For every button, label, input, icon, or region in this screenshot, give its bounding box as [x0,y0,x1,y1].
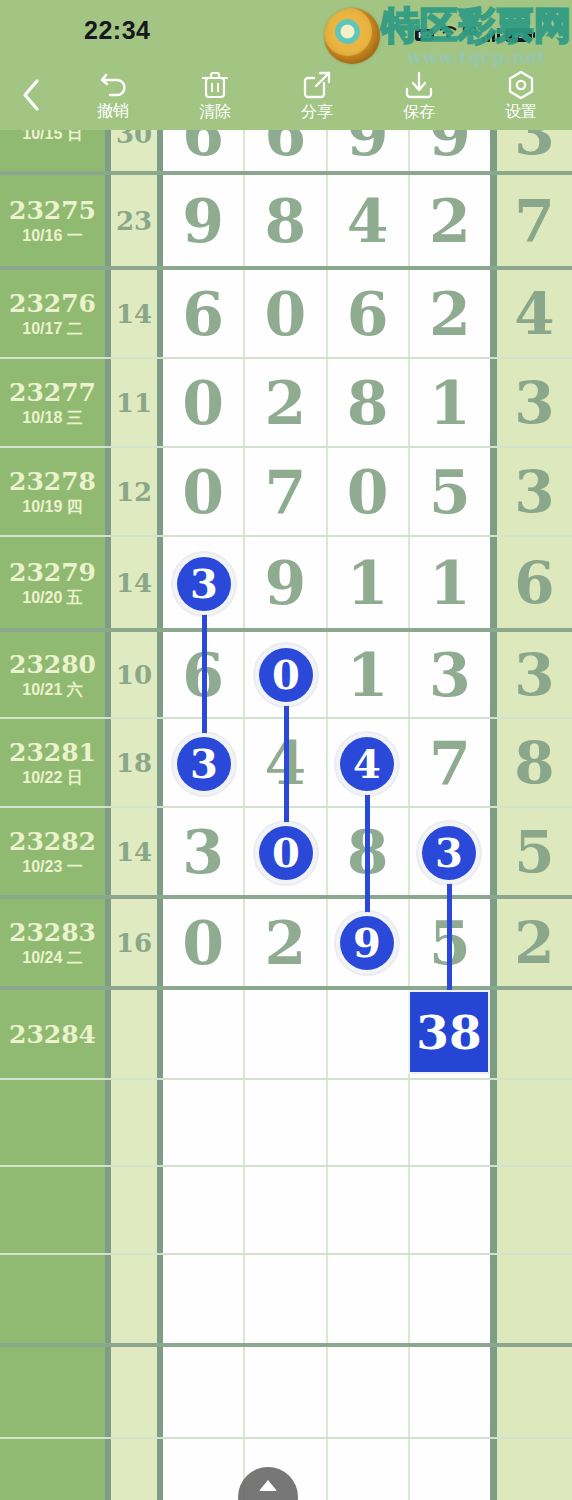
digit-cells [163,1255,490,1343]
digit-cell[interactable]: 6 [328,270,410,357]
sum-cell [111,990,157,1078]
sum-cell [111,1080,157,1165]
sum-cell: 14 [111,808,157,895]
back-button[interactable] [0,60,62,130]
digit-cell[interactable]: 7 [410,719,490,806]
share-label: 分享 [301,103,333,121]
digit-cell[interactable] [328,1167,410,1253]
digit-cell[interactable]: 1 [328,537,410,628]
battery-icon: 45 [505,28,532,42]
digit-cell[interactable] [163,1439,245,1500]
digit-cell[interactable]: 9 [163,175,245,266]
trend-table: 10/15 日30669932327510/16 一23984272327610… [0,80,572,1500]
save-icon [404,70,434,100]
annotation-circle[interactable]: 3 [177,737,231,791]
divider [490,359,497,446]
digit-cell[interactable]: 4 [328,175,410,266]
digit-cell[interactable] [245,1080,327,1165]
digit-cell[interactable]: 9 [245,537,327,628]
digit-cell[interactable] [410,1347,490,1437]
divider [490,1080,497,1165]
issue-cell: 2327710/18 三 [0,359,105,446]
digit-cells: 0705 [163,448,490,535]
table-row: 2328310/24 二1602952 [0,895,572,986]
annotation-circle[interactable]: 0 [259,648,313,702]
digit-cells: 0281 [163,359,490,446]
digit-cell[interactable] [163,990,245,1078]
digit-cell[interactable] [328,1347,410,1437]
digit-cell[interactable]: 2 [410,270,490,357]
sum-cell: 16 [111,899,157,986]
tail-cell[interactable]: 3 [497,448,572,535]
issue-cell: 2327810/19 四 [0,448,105,535]
tail-cell[interactable] [497,1167,572,1253]
table-row: 2327610/17 二1460624 [0,266,572,357]
divider [490,1167,497,1253]
digit-cell[interactable]: 0 [163,448,245,535]
digit-cell[interactable] [410,1439,490,1500]
table-row: 2327910/20 五1439116 [0,535,572,628]
digit-cell[interactable]: 3 [163,808,245,895]
digit-cells [163,1439,490,1500]
digit-cell[interactable]: 8 [328,359,410,446]
digit-cell[interactable]: 0 [163,359,245,446]
clock: 22:34 [84,16,150,45]
digit-cell[interactable] [245,1347,327,1437]
tail-cell[interactable] [497,1255,572,1343]
annotation-circle[interactable]: 3 [177,557,231,611]
digit-cell[interactable]: 7 [245,448,327,535]
app-screen: 10/15 日30669932327510/16 一23984272327610… [0,0,572,1500]
annotation-circle[interactable]: 3 [422,826,476,880]
annotation-circle[interactable]: 4 [340,737,394,791]
digit-cells: 6062 [163,270,490,357]
table-row [0,1253,572,1343]
status-bar: 22:34 HD 5G 45 特区彩票网 www.tqcp.net [0,0,572,60]
clear-label: 清除 [199,103,231,121]
digit-cells: 9842 [163,175,490,266]
table-row [0,1343,572,1437]
digit-cell[interactable] [410,1255,490,1343]
digit-cell[interactable]: 2 [245,899,327,986]
issue-cell [0,1080,105,1165]
digit-cells: 0295 [163,899,490,986]
sum-cell [111,1347,157,1437]
divider [490,270,497,357]
digit-cell[interactable] [410,1167,490,1253]
sum-cell [111,1439,157,1500]
digit-cell[interactable]: 3 [410,632,490,717]
save-button[interactable]: 保存 [368,60,470,130]
divider [490,175,497,266]
share-icon [302,70,332,100]
status-icons: HD 5G 45 [415,26,532,44]
clear-button[interactable]: 清除 [164,60,266,130]
issue-cell: 2328310/24 二 [0,899,105,986]
annotation-circle[interactable]: 9 [340,916,394,970]
share-button[interactable]: 分享 [266,60,368,130]
signal-bars-icon [482,28,500,42]
issue-cell [0,1439,105,1500]
clear-icon [201,70,229,100]
tail-cell[interactable]: 7 [497,175,572,266]
digit-cell[interactable] [163,1167,245,1253]
tail-cell[interactable]: 3 [497,359,572,446]
5g-label: 5G [462,25,477,37]
undo-button[interactable]: 撤销 [62,60,164,130]
digit-cells [163,1347,490,1437]
issue-cell [0,1255,105,1343]
digit-cell[interactable] [245,1167,327,1253]
sum-cell: 14 [111,270,157,357]
undo-label: 撤销 [97,102,129,120]
digit-cell[interactable] [328,990,410,1078]
digit-cell[interactable]: 8 [245,175,327,266]
digit-cell[interactable] [328,1439,410,1500]
sum-cell: 14 [111,537,157,628]
tail-cell[interactable]: 4 [497,270,572,357]
divider [490,632,497,717]
save-label: 保存 [403,103,435,121]
issue-cell: 2327910/20 五 [0,537,105,628]
issue-cell: 2328110/22 日 [0,719,105,806]
digit-cell[interactable]: 1 [410,359,490,446]
digit-cell[interactable]: 5 [410,448,490,535]
arrow-up-icon [259,1480,277,1491]
table-row: 2327510/16 一2398427 [0,171,572,266]
digit-cell[interactable]: 0 [163,899,245,986]
digit-cell[interactable] [245,1255,327,1343]
annotation-circle[interactable]: 0 [259,826,313,880]
settings-icon [506,70,536,100]
digit-cells [163,1080,490,1165]
header: 22:34 HD 5G 45 特区彩票网 www.tqcp.net [0,0,572,130]
issue-cell [0,1167,105,1253]
issue-cell: 2327510/16 一 [0,175,105,266]
table-row [0,1165,572,1253]
digit-cell[interactable]: 2 [245,359,327,446]
digit-cells [163,1167,490,1253]
tail-cell[interactable] [497,1439,572,1500]
divider [490,1439,497,1500]
sum-cell [111,1255,157,1343]
issue-cell: 2327610/17 二 [0,270,105,357]
tail-cell[interactable]: 5 [497,808,572,895]
tail-cell[interactable] [497,1080,572,1165]
sum-cell [111,1167,157,1253]
table-row: 2327710/18 三1102813 [0,357,572,446]
divider [490,537,497,628]
settings-label: 设置 [505,103,537,121]
digit-cell[interactable] [328,1255,410,1343]
tail-cell[interactable] [497,990,572,1078]
digit-cell[interactable] [328,1080,410,1165]
annotation-square[interactable]: 38 [410,992,488,1072]
issue-cell: 23284 [0,990,105,1078]
sum-cell: 23 [111,175,157,266]
undo-icon [98,71,128,99]
sum-cell: 11 [111,359,157,446]
issue-cell: 2328010/21 六 [0,632,105,717]
issue-cell: 2328210/23 一 [0,808,105,895]
divider [490,1347,497,1437]
digit-cell[interactable]: 0 [328,448,410,535]
divider [490,899,497,986]
digit-cell[interactable]: 2 [410,175,490,266]
tail-cell[interactable]: 3 [497,632,572,717]
wifi-icon [439,25,457,43]
toolbar: 撤销清除分享保存设置 [0,60,572,130]
site-logo-icon [324,8,380,64]
divider [490,719,497,806]
digit-cell[interactable]: 1 [328,632,410,717]
tail-cell[interactable]: 6 [497,537,572,628]
digit-cell[interactable] [163,1255,245,1343]
digit-cell[interactable] [163,1347,245,1437]
digit-cell[interactable]: 1 [410,537,490,628]
divider [490,448,497,535]
divider [490,1255,497,1343]
hd-icon: HD [415,29,434,41]
digit-cell[interactable] [245,990,327,1078]
digit-cell[interactable]: 6 [163,270,245,357]
digit-cell[interactable] [410,1080,490,1165]
table-row: 2327810/19 四1207053 [0,446,572,535]
digit-cell[interactable]: 0 [245,270,327,357]
settings-button[interactable]: 设置 [470,60,572,130]
divider [490,990,497,1078]
digit-cells: 6013 [163,632,490,717]
sum-cell: 10 [111,632,157,717]
sum-cell: 18 [111,719,157,806]
table-row [0,1078,572,1165]
sum-cell: 12 [111,448,157,535]
tail-cell[interactable]: 8 [497,719,572,806]
issue-cell [0,1347,105,1437]
tail-cell[interactable] [497,1347,572,1437]
digit-cell[interactable] [163,1080,245,1165]
tail-cell[interactable]: 2 [497,899,572,986]
divider [490,808,497,895]
